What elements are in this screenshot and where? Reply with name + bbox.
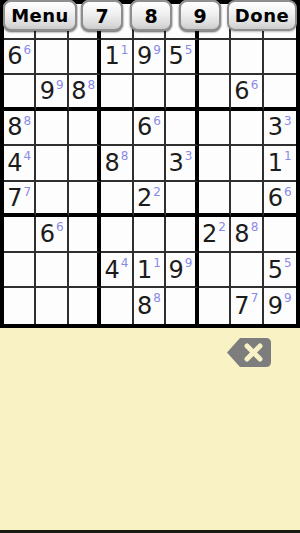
cell-r8c7[interactable] (199, 253, 231, 289)
cell-superscript-digit: 2 (153, 186, 161, 198)
cell-r8c5[interactable]: 11 (134, 253, 166, 289)
cell-digit: 9 (40, 79, 55, 103)
cell-digit: 2 (202, 222, 217, 246)
cell-r9c5[interactable]: 88 (134, 288, 166, 324)
cell-r6c9[interactable]: 66 (264, 182, 296, 218)
cell-r5c8[interactable] (231, 146, 263, 182)
cell-r6c4[interactable] (101, 182, 133, 218)
cell-r8c6[interactable]: 99 (166, 253, 198, 289)
cell-superscript-digit: 3 (185, 150, 193, 162)
cell-r9c2[interactable] (36, 288, 68, 324)
cell-digit: 5 (268, 258, 283, 282)
cell-r8c3[interactable] (69, 253, 101, 289)
cell-r2c7[interactable] (199, 40, 231, 76)
cell-r4c8[interactable] (231, 111, 263, 147)
cell-superscript-digit: 6 (24, 44, 32, 56)
cell-superscript-digit: 3 (284, 115, 292, 127)
cell-superscript-digit: 7 (24, 186, 32, 198)
cell-digit: 4 (105, 258, 120, 282)
cell-r5c1[interactable]: 44 (4, 146, 36, 182)
cell-superscript-digit: 8 (251, 221, 259, 233)
cell-digit: 7 (7, 186, 22, 210)
cell-r8c9[interactable]: 55 (264, 253, 296, 289)
menu-button[interactable]: Menu (3, 0, 77, 31)
cell-digit: 1 (105, 44, 120, 68)
cell-r4c7[interactable] (199, 111, 231, 147)
cell-r9c1[interactable] (4, 288, 36, 324)
cell-r7c8[interactable]: 88 (231, 217, 263, 253)
cell-r3c1[interactable] (4, 75, 36, 111)
cell-r8c2[interactable] (36, 253, 68, 289)
cell-r5c5[interactable] (134, 146, 166, 182)
cell-r3c6[interactable] (166, 75, 198, 111)
cell-superscript-digit: 9 (284, 292, 292, 304)
cell-digit: 9 (168, 258, 183, 282)
cell-r6c7[interactable] (199, 182, 231, 218)
cell-r5c3[interactable] (69, 146, 101, 182)
cell-r7c5[interactable] (134, 217, 166, 253)
cell-digit: 6 (268, 186, 283, 210)
cell-r6c2[interactable] (36, 182, 68, 218)
cell-superscript-digit: 8 (121, 150, 129, 162)
done-button[interactable]: Done (227, 0, 297, 31)
cell-r4c6[interactable] (166, 111, 198, 147)
cell-superscript-digit: 8 (153, 292, 161, 304)
cell-superscript-digit: 6 (284, 186, 292, 198)
cell-digit: 9 (137, 44, 152, 68)
cell-r2c9[interactable] (264, 40, 296, 76)
cell-r5c9[interactable]: 11 (264, 146, 296, 182)
cell-r3c2[interactable]: 99 (36, 75, 68, 111)
cell-digit: 5 (168, 44, 183, 68)
cell-digit: 1 (268, 151, 283, 175)
cell-r6c5[interactable]: 22 (134, 182, 166, 218)
cell-r4c1[interactable]: 88 (4, 111, 36, 147)
cell-r6c6[interactable] (166, 182, 198, 218)
cell-superscript-digit: 8 (87, 79, 95, 91)
backspace-x-icon (226, 337, 272, 368)
cell-digit: 8 (234, 222, 249, 246)
cell-r7c4[interactable] (101, 217, 133, 253)
cell-r4c2[interactable] (36, 111, 68, 147)
cell-superscript-digit: 1 (153, 257, 161, 269)
cell-r7c2[interactable]: 66 (36, 217, 68, 253)
cell-digit: 6 (40, 222, 55, 246)
cell-digit: 6 (234, 79, 249, 103)
delete-button[interactable] (226, 337, 272, 368)
cell-r2c4[interactable]: 11 (101, 40, 133, 76)
cell-r7c1[interactable] (4, 217, 36, 253)
digit-button-9[interactable]: 9 (179, 0, 221, 31)
cell-superscript-digit: 9 (153, 44, 161, 56)
cell-superscript-digit: 9 (56, 79, 64, 91)
cell-superscript-digit: 4 (24, 150, 32, 162)
cell-r2c8[interactable] (231, 40, 263, 76)
cell-r7c3[interactable] (69, 217, 101, 253)
cell-digit: 3 (168, 151, 183, 175)
cell-digit: 7 (234, 294, 249, 318)
cell-r2c2[interactable] (36, 40, 68, 76)
cell-superscript-digit: 7 (251, 292, 259, 304)
cell-r7c9[interactable] (264, 217, 296, 253)
cell-r2c6[interactable]: 55 (166, 40, 198, 76)
cell-superscript-digit: 1 (284, 150, 292, 162)
cell-r9c4[interactable] (101, 288, 133, 324)
cell-r7c6[interactable] (166, 217, 198, 253)
digit-button-8[interactable]: 8 (130, 0, 172, 31)
cell-r6c1[interactable]: 77 (4, 182, 36, 218)
cell-r2c5[interactable]: 99 (134, 40, 166, 76)
cell-r9c3[interactable] (69, 288, 101, 324)
cell-digit: 6 (137, 115, 152, 139)
cell-superscript-digit: 4 (121, 257, 129, 269)
cell-r3c7[interactable] (199, 75, 231, 111)
cell-digit: 1 (137, 258, 152, 282)
cell-r5c7[interactable] (199, 146, 231, 182)
cell-r2c3[interactable] (69, 40, 101, 76)
cell-r8c4[interactable]: 44 (101, 253, 133, 289)
cell-r3c8[interactable]: 66 (231, 75, 263, 111)
cell-digit: 8 (105, 151, 120, 175)
cell-superscript-digit: 6 (251, 79, 259, 91)
cell-superscript-digit: 6 (153, 115, 161, 127)
cell-r3c3[interactable]: 88 (69, 75, 101, 111)
cell-r5c2[interactable] (36, 146, 68, 182)
cell-r5c4[interactable]: 88 (101, 146, 133, 182)
cell-r6c8[interactable] (231, 182, 263, 218)
digit-button-7[interactable]: 7 (81, 0, 123, 31)
cell-r5c6[interactable]: 33 (166, 146, 198, 182)
cell-r4c9[interactable]: 33 (264, 111, 296, 147)
cell-digit: 8 (137, 294, 152, 318)
cell-digit: 4 (7, 151, 22, 175)
cell-digit: 9 (268, 294, 283, 318)
cell-superscript-digit: 6 (56, 221, 64, 233)
sudoku-board: 5533776611995599886688663344883311772266… (0, 0, 300, 328)
cell-superscript-digit: 1 (121, 44, 129, 56)
cell-r4c4[interactable] (101, 111, 133, 147)
cell-digit: 6 (7, 44, 22, 68)
cell-digit: 3 (268, 115, 283, 139)
cell-r8c8[interactable] (231, 253, 263, 289)
cell-r8c1[interactable] (4, 253, 36, 289)
cell-digit: 8 (7, 115, 22, 139)
cell-digit: 8 (71, 79, 86, 103)
cell-r7c7[interactable]: 22 (199, 217, 231, 253)
cell-superscript-digit: 5 (185, 44, 193, 56)
cell-r2c1[interactable]: 66 (4, 40, 36, 76)
cell-r3c9[interactable] (264, 75, 296, 111)
cell-r3c5[interactable] (134, 75, 166, 111)
cell-superscript-digit: 5 (284, 257, 292, 269)
cell-r9c7[interactable] (199, 288, 231, 324)
cell-r6c3[interactable] (69, 182, 101, 218)
cell-r9c8[interactable]: 77 (231, 288, 263, 324)
cell-superscript-digit: 2 (218, 221, 226, 233)
cell-superscript-digit: 8 (24, 115, 32, 127)
cell-superscript-digit: 9 (185, 257, 193, 269)
cell-digit: 2 (137, 186, 152, 210)
cell-r4c3[interactable] (69, 111, 101, 147)
cell-r4c5[interactable]: 66 (134, 111, 166, 147)
cell-r9c6[interactable] (166, 288, 198, 324)
cell-r3c4[interactable] (101, 75, 133, 111)
cell-r9c9[interactable]: 99 (264, 288, 296, 324)
